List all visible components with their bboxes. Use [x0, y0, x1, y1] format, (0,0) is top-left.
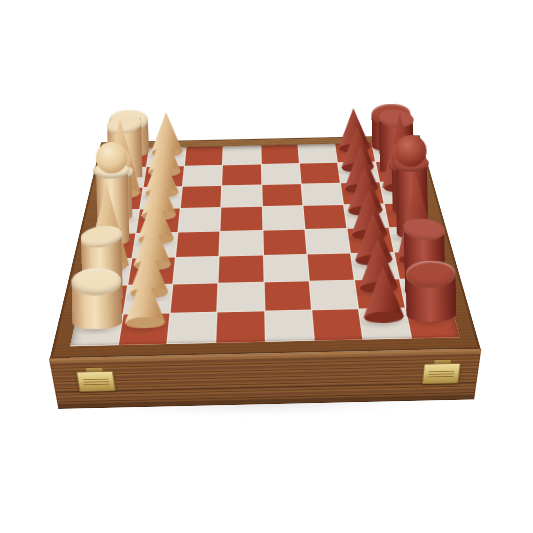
perspective-container: [75, 43, 449, 417]
square-c5: [262, 184, 302, 206]
box-front-panel: [49, 348, 482, 408]
brass-clasp-right: [422, 363, 461, 384]
square-d4: [221, 207, 262, 231]
square-g4: [218, 282, 264, 311]
square-h3: [168, 312, 217, 344]
square-f3: [174, 256, 219, 283]
square-g5: [264, 281, 311, 310]
square-h2: [119, 313, 170, 345]
square-c4: [222, 185, 262, 207]
cone-base: [126, 317, 164, 329]
square-d5: [262, 206, 304, 230]
piece-white-rook: [71, 268, 122, 331]
square-f6: [307, 253, 353, 280]
square-c6: [301, 183, 343, 205]
square-d3: [179, 208, 221, 232]
square-h5: [265, 310, 313, 342]
square-g6: [309, 280, 357, 309]
square-b4: [222, 165, 260, 186]
square-e4: [220, 230, 263, 255]
playing-area: [70, 142, 460, 346]
chess-board: [50, 135, 480, 358]
square-f4: [219, 255, 263, 282]
square-d6: [303, 205, 346, 229]
square-e6: [305, 228, 350, 253]
square-f5: [264, 254, 309, 281]
square-a5: [261, 145, 299, 165]
square-h6: [312, 309, 362, 341]
scene-tilt: [0, 0, 533, 533]
square-a6: [298, 144, 337, 164]
square-a3: [185, 146, 223, 166]
piece-red-pawn: [363, 266, 405, 324]
square-g3: [171, 283, 218, 312]
square-e5: [263, 229, 306, 254]
cone-side: [363, 266, 405, 318]
piece-red-rook: [406, 260, 457, 323]
square-c3: [181, 186, 222, 208]
cone-side: [123, 272, 165, 324]
chess-set-photo: [0, 0, 533, 533]
square-h7: [359, 308, 411, 339]
square-e3: [176, 231, 219, 256]
board-frame: [50, 135, 480, 358]
brass-clasp-left: [76, 371, 116, 392]
square-b3: [183, 165, 222, 186]
square-h8: [406, 307, 460, 338]
square-b6: [300, 163, 340, 184]
cone-base: [365, 312, 403, 324]
square-a4: [223, 145, 260, 165]
square-h1: [70, 314, 123, 346]
square-h4: [217, 311, 265, 343]
piece-white-pawn: [123, 272, 165, 330]
square-b5: [261, 164, 300, 185]
